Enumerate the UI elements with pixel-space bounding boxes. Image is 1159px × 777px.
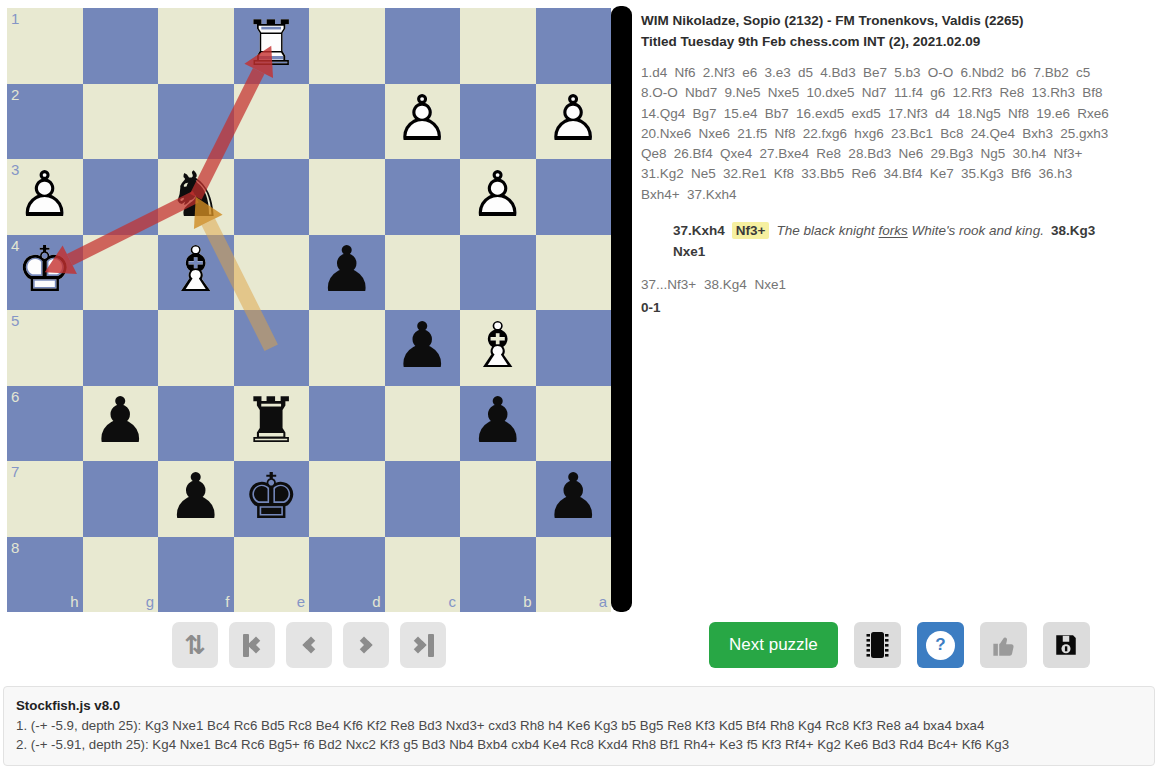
file-label: h bbox=[70, 594, 78, 609]
rank-label: 6 bbox=[11, 389, 19, 404]
square-h2[interactable]: 2 bbox=[7, 84, 83, 160]
file-label: d bbox=[372, 594, 380, 609]
annotation-comment: The black knight forks White's rook and … bbox=[776, 223, 1043, 238]
square-d3[interactable] bbox=[309, 159, 385, 235]
square-e8[interactable]: e bbox=[234, 537, 310, 613]
square-h6[interactable]: 6 bbox=[7, 386, 83, 462]
square-g5[interactable] bbox=[83, 310, 159, 386]
square-a4[interactable] bbox=[536, 235, 612, 311]
chess-board[interactable]: 1♜♖2♟♙♟♙3♟♙♞♟♙4♚♔♝♗♟5♟♝♗6♟♜♟7♟♚♟8hgfedcb… bbox=[7, 8, 611, 612]
square-a2[interactable]: ♟♙ bbox=[536, 84, 612, 160]
square-b2[interactable] bbox=[460, 84, 536, 160]
square-d1[interactable] bbox=[309, 8, 385, 84]
square-a6[interactable] bbox=[536, 386, 612, 462]
square-f4[interactable]: ♝♗ bbox=[158, 235, 234, 311]
engine-chip-icon bbox=[864, 630, 891, 660]
rank-label: 7 bbox=[11, 464, 19, 479]
square-h5[interactable]: 5 bbox=[7, 310, 83, 386]
players-title: WIM Nikoladze, Sopio (2132) - FM Tronenk… bbox=[641, 10, 1155, 31]
square-c2[interactable]: ♟♙ bbox=[385, 84, 461, 160]
square-g4[interactable] bbox=[83, 235, 159, 311]
square-b1[interactable] bbox=[460, 8, 536, 84]
moves-line[interactable]: 14.Qg4 Bg7 15.e4 Bb7 16.exd5 exd5 17.Nf3… bbox=[641, 104, 1155, 124]
file-label: f bbox=[225, 594, 229, 609]
previous-move-icon bbox=[303, 637, 320, 654]
square-e7[interactable]: ♚ bbox=[234, 461, 310, 537]
like-button[interactable] bbox=[980, 622, 1027, 668]
engine-name: Stockfish.js v8.0 bbox=[16, 696, 1142, 716]
square-d7[interactable] bbox=[309, 461, 385, 537]
puzzle-actions: Next puzzle ? bbox=[709, 622, 1090, 668]
rank-label: 5 bbox=[11, 313, 19, 328]
moves-line[interactable]: 20.Nxe6 Nxe6 21.f5 Nf8 22.fxg6 hxg6 23.B… bbox=[641, 124, 1155, 144]
square-c7[interactable] bbox=[385, 461, 461, 537]
square-a1[interactable] bbox=[536, 8, 612, 84]
file-label: g bbox=[146, 594, 154, 609]
square-h3[interactable]: 3♟♙ bbox=[7, 159, 83, 235]
square-f3[interactable]: ♞ bbox=[158, 159, 234, 235]
piece-white-bishop[interactable]: ♝♗ bbox=[158, 235, 234, 311]
square-e3[interactable] bbox=[234, 159, 310, 235]
square-f7[interactable]: ♟ bbox=[158, 461, 234, 537]
engine-analysis-button[interactable] bbox=[854, 622, 901, 668]
square-b6[interactable]: ♟ bbox=[460, 386, 536, 462]
square-e6[interactable]: ♜ bbox=[234, 386, 310, 462]
thumbs-up-icon bbox=[990, 632, 1017, 659]
square-f2[interactable] bbox=[158, 84, 234, 160]
event-title: Titled Tuesday 9th Feb chess.com INT (2)… bbox=[641, 31, 1155, 52]
square-b7[interactable] bbox=[460, 461, 536, 537]
square-b4[interactable] bbox=[460, 235, 536, 311]
annotation-continuation-2[interactable]: Nxe1 bbox=[673, 244, 705, 259]
file-label: e bbox=[297, 594, 305, 609]
board-nav-controls: ⇅ bbox=[172, 622, 446, 668]
help-button[interactable]: ? bbox=[917, 622, 964, 668]
variation-line[interactable]: 37...Nf3+ 38.Kg4 Nxe1 bbox=[641, 277, 1155, 292]
square-a3[interactable] bbox=[536, 159, 612, 235]
flip-board-button[interactable]: ⇅ bbox=[172, 622, 218, 668]
forks-link[interactable]: forks bbox=[878, 223, 907, 238]
square-d5[interactable] bbox=[309, 310, 385, 386]
square-d6[interactable] bbox=[309, 386, 385, 462]
go-to-start-button[interactable] bbox=[229, 622, 275, 668]
square-e1[interactable]: ♜♖ bbox=[234, 8, 310, 84]
square-e5[interactable] bbox=[234, 310, 310, 386]
next-puzzle-button[interactable]: Next puzzle bbox=[709, 622, 838, 668]
game-result: 0-1 bbox=[641, 300, 1155, 315]
annotation-block: 37.Kxh4Nf3+The black knight forks White'… bbox=[673, 220, 1155, 262]
square-h1[interactable]: 1 bbox=[7, 8, 83, 84]
piece-black-pawn[interactable]: ♟ bbox=[536, 461, 612, 537]
square-a7[interactable]: ♟ bbox=[536, 461, 612, 537]
square-f5[interactable] bbox=[158, 310, 234, 386]
square-c3[interactable] bbox=[385, 159, 461, 235]
piece-black-pawn[interactable]: ♟ bbox=[83, 386, 159, 462]
square-f8[interactable]: f bbox=[158, 537, 234, 613]
square-h4[interactable]: 4♚♔ bbox=[7, 235, 83, 311]
square-c6[interactable] bbox=[385, 386, 461, 462]
skip-to-end-icon bbox=[410, 637, 427, 654]
annotation-move[interactable]: 37.Kxh4 bbox=[673, 223, 725, 238]
flip-board-icon: ⇅ bbox=[184, 632, 206, 658]
engine-line-1[interactable]: 1. (-+ -5.9, depth 25): Kg3 Nxe1 Bc4 Rc6… bbox=[16, 716, 1142, 736]
square-g2[interactable] bbox=[83, 84, 159, 160]
square-c4[interactable] bbox=[385, 235, 461, 311]
file-label: c bbox=[449, 594, 457, 609]
piece-white-pawn[interactable]: ♟♙ bbox=[536, 84, 612, 160]
next-move-button[interactable] bbox=[343, 622, 389, 668]
piece-black-pawn[interactable]: ♟ bbox=[309, 235, 385, 311]
square-f6[interactable] bbox=[158, 386, 234, 462]
file-label: a bbox=[599, 594, 607, 609]
square-a8[interactable]: a bbox=[536, 537, 612, 613]
save-button[interactable] bbox=[1043, 622, 1090, 668]
piece-black-rook[interactable]: ♜ bbox=[234, 386, 310, 462]
square-e4[interactable] bbox=[234, 235, 310, 311]
engine-output-panel: Stockfish.js v8.0 1. (-+ -5.9, depth 25)… bbox=[3, 686, 1155, 766]
moves-line[interactable]: Qe8 26.Bf4 Qxe4 27.Bxe4 Re8 28.Bd3 Ne6 2… bbox=[641, 144, 1155, 164]
piece-black-king[interactable]: ♚ bbox=[234, 461, 310, 537]
square-g6[interactable]: ♟ bbox=[83, 386, 159, 462]
square-b3[interactable]: ♟♙ bbox=[460, 159, 536, 235]
square-d8[interactable]: d bbox=[309, 537, 385, 613]
save-icon bbox=[1053, 632, 1079, 658]
piece-black-pawn[interactable]: ♟ bbox=[385, 310, 461, 386]
evaluation-bar bbox=[611, 6, 632, 612]
moves-line[interactable]: 31.Kg2 Ne5 32.Re1 Kf8 33.Bb5 Re6 34.Bf4 … bbox=[641, 164, 1155, 184]
rank-label: 1 bbox=[11, 11, 19, 26]
piece-white-king[interactable]: ♚♔ bbox=[7, 235, 83, 311]
next-move-icon bbox=[356, 637, 373, 654]
square-b5[interactable]: ♝♗ bbox=[460, 310, 536, 386]
square-d4[interactable]: ♟ bbox=[309, 235, 385, 311]
piece-white-bishop[interactable]: ♝♗ bbox=[460, 310, 536, 386]
game-header: WIM Nikoladze, Sopio (2132) - FM Tronenk… bbox=[641, 10, 1155, 52]
piece-black-pawn[interactable]: ♟ bbox=[460, 386, 536, 462]
moves-line[interactable]: 1.d4 Nf6 2.Nf3 e6 3.e3 d5 4.Bd3 Be7 5.b3… bbox=[641, 63, 1155, 83]
rank-label: 2 bbox=[11, 87, 19, 102]
annotation-continuation[interactable]: 38.Kg3 bbox=[1051, 223, 1095, 238]
piece-white-rook[interactable]: ♜♖ bbox=[234, 8, 310, 84]
square-h7[interactable]: 7 bbox=[7, 461, 83, 537]
moves-line[interactable]: 8.O-O Nbd7 9.Ne5 Nxe5 10.dxe5 Nd7 11.f4 … bbox=[641, 83, 1155, 103]
square-h8[interactable]: 8h bbox=[7, 537, 83, 613]
piece-white-pawn[interactable]: ♟♙ bbox=[385, 84, 461, 160]
game-info-panel: WIM Nikoladze, Sopio (2132) - FM Tronenk… bbox=[641, 10, 1155, 315]
square-f1[interactable] bbox=[158, 8, 234, 84]
rank-label: 8 bbox=[11, 540, 19, 555]
help-icon: ? bbox=[926, 631, 955, 660]
square-c5[interactable]: ♟ bbox=[385, 310, 461, 386]
move-list[interactable]: 1.d4 Nf6 2.Nf3 e6 3.e3 d5 4.Bd3 Be7 5.b3… bbox=[641, 63, 1155, 205]
square-g1[interactable] bbox=[83, 8, 159, 84]
piece-white-pawn[interactable]: ♟♙ bbox=[460, 159, 536, 235]
file-label: b bbox=[523, 594, 531, 609]
square-g8[interactable]: g bbox=[83, 537, 159, 613]
square-g7[interactable] bbox=[83, 461, 159, 537]
engine-line-2[interactable]: 2. (-+ -5.91, depth 25): Kg4 Nxe1 Bc4 Rc… bbox=[16, 735, 1142, 755]
annotation-highlighted-move[interactable]: Nf3+ bbox=[732, 222, 770, 239]
square-c8[interactable]: c bbox=[385, 537, 461, 613]
square-e2[interactable] bbox=[234, 84, 310, 160]
moves-line[interactable]: Bxh4+ 37.Kxh4 bbox=[641, 185, 1155, 205]
previous-move-button[interactable] bbox=[286, 622, 332, 668]
piece-white-pawn[interactable]: ♟♙ bbox=[7, 159, 83, 235]
square-d2[interactable] bbox=[309, 84, 385, 160]
piece-black-knight[interactable]: ♞ bbox=[158, 159, 234, 235]
square-b8[interactable]: b bbox=[460, 537, 536, 613]
square-a5[interactable] bbox=[536, 310, 612, 386]
square-c1[interactable] bbox=[385, 8, 461, 84]
piece-black-pawn[interactable]: ♟ bbox=[158, 461, 234, 537]
square-g3[interactable] bbox=[83, 159, 159, 235]
go-to-end-button[interactable] bbox=[400, 622, 446, 668]
